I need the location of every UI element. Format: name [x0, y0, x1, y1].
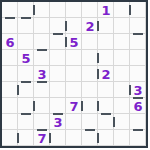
consecutive-marker-r8c9-down [133, 129, 143, 131]
consecutive-marker-r3c4-right [65, 37, 67, 47]
consecutive-marker-r7c7-down [101, 113, 111, 115]
consecutive-marker-r2c4-down [53, 33, 63, 35]
consecutive-marker-r8c6-down [85, 129, 95, 131]
consecutive-marker-r3c3-down [37, 49, 47, 51]
consecutive-marker-r7c2-right [33, 101, 35, 111]
consecutive-sudoku-board: 126553237637 [0, 0, 148, 148]
consecutive-marker-r6c1-right [17, 85, 19, 95]
consecutive-marker-r4c6-right [97, 53, 99, 63]
consecutive-marker-r1c1-down [5, 17, 15, 19]
consecutive-marker-r7c6-right [97, 101, 99, 111]
consecutive-marker-r5c6-right [97, 69, 99, 79]
consecutive-marker-r5c3-down [37, 81, 47, 83]
consecutive-marker-r9c1-right [17, 133, 19, 143]
consecutive-marker-r9c3-right [49, 133, 51, 143]
consecutive-marker-r7c2-down [21, 113, 31, 115]
consecutive-marker-r7c5-right [81, 101, 83, 111]
consecutive-marker-r2c4-right [65, 21, 67, 31]
consecutive-marker-r8c3-down [37, 129, 47, 131]
consecutive-marker-r5c2-down [21, 81, 31, 83]
consecutive-marker-r1c2-right [33, 5, 35, 15]
consecutive-marker-r6c8-right [129, 85, 131, 95]
consecutive-markers-layer [2, 2, 146, 146]
consecutive-marker-r2c9-down [133, 33, 143, 35]
consecutive-marker-r8c7-right [113, 117, 115, 127]
consecutive-marker-r6c9-down [133, 97, 143, 99]
consecutive-marker-r1c2-down [21, 17, 31, 19]
consecutive-marker-r2c6-right [97, 21, 99, 31]
consecutive-marker-r7c4-down [53, 113, 63, 115]
consecutive-marker-r9c6-right [97, 133, 99, 143]
consecutive-marker-r1c8-right [129, 5, 131, 15]
